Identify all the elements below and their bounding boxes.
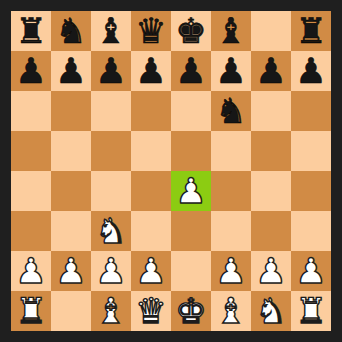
piece-black-pawn[interactable]: ♟: [175, 51, 206, 91]
square-g4[interactable]: [251, 171, 291, 211]
square-c6[interactable]: [91, 91, 131, 131]
square-c4[interactable]: [91, 171, 131, 211]
square-a2[interactable]: ♟: [11, 251, 51, 291]
square-g2[interactable]: ♟: [251, 251, 291, 291]
piece-black-knight[interactable]: ♞: [55, 11, 86, 51]
square-f1[interactable]: ♝: [211, 291, 251, 331]
square-b6[interactable]: [51, 91, 91, 131]
square-b2[interactable]: ♟: [51, 251, 91, 291]
square-h6[interactable]: [291, 91, 331, 131]
square-e1[interactable]: ♚: [171, 291, 211, 331]
square-a5[interactable]: [11, 131, 51, 171]
piece-white-pawn[interactable]: ♟: [95, 251, 126, 291]
piece-black-pawn[interactable]: ♟: [295, 51, 326, 91]
piece-white-pawn[interactable]: ♟: [55, 251, 86, 291]
square-f5[interactable]: [211, 131, 251, 171]
square-a1[interactable]: ♜: [11, 291, 51, 331]
square-d6[interactable]: [131, 91, 171, 131]
square-h5[interactable]: [291, 131, 331, 171]
board-frame: ♜♞♝♛♚♝♜♟♟♟♟♟♟♟♟♞♟♞♟♟♟♟♟♟♟♜♝♛♚♝♞♜: [0, 0, 342, 342]
square-d3[interactable]: [131, 211, 171, 251]
square-f6[interactable]: ♞: [211, 91, 251, 131]
square-e6[interactable]: [171, 91, 211, 131]
piece-black-pawn[interactable]: ♟: [15, 51, 46, 91]
square-f2[interactable]: ♟: [211, 251, 251, 291]
square-b4[interactable]: [51, 171, 91, 211]
piece-black-queen[interactable]: ♛: [135, 11, 166, 51]
square-h2[interactable]: ♟: [291, 251, 331, 291]
piece-white-pawn[interactable]: ♟: [215, 251, 246, 291]
piece-white-knight[interactable]: ♞: [95, 211, 126, 251]
square-d2[interactable]: ♟: [131, 251, 171, 291]
piece-black-pawn[interactable]: ♟: [255, 51, 286, 91]
square-e4[interactable]: ♟: [171, 171, 211, 211]
square-d8[interactable]: ♛: [131, 11, 171, 51]
square-a3[interactable]: [11, 211, 51, 251]
square-h8[interactable]: ♜: [291, 11, 331, 51]
square-b3[interactable]: [51, 211, 91, 251]
square-e3[interactable]: [171, 211, 211, 251]
piece-black-rook[interactable]: ♜: [15, 11, 46, 51]
piece-black-pawn[interactable]: ♟: [55, 51, 86, 91]
square-a8[interactable]: ♜: [11, 11, 51, 51]
piece-white-pawn[interactable]: ♟: [15, 251, 46, 291]
square-g6[interactable]: [251, 91, 291, 131]
piece-black-pawn[interactable]: ♟: [95, 51, 126, 91]
square-d4[interactable]: [131, 171, 171, 211]
square-b5[interactable]: [51, 131, 91, 171]
piece-white-knight[interactable]: ♞: [255, 291, 286, 331]
square-b8[interactable]: ♞: [51, 11, 91, 51]
square-a4[interactable]: [11, 171, 51, 211]
piece-white-pawn[interactable]: ♟: [295, 251, 326, 291]
square-f7[interactable]: ♟: [211, 51, 251, 91]
square-h1[interactable]: ♜: [291, 291, 331, 331]
square-c3[interactable]: ♞: [91, 211, 131, 251]
square-c8[interactable]: ♝: [91, 11, 131, 51]
piece-black-bishop[interactable]: ♝: [215, 11, 246, 51]
piece-black-knight[interactable]: ♞: [215, 91, 246, 131]
square-d5[interactable]: [131, 131, 171, 171]
square-a6[interactable]: [11, 91, 51, 131]
square-c1[interactable]: ♝: [91, 291, 131, 331]
square-e5[interactable]: [171, 131, 211, 171]
square-g7[interactable]: ♟: [251, 51, 291, 91]
square-g1[interactable]: ♞: [251, 291, 291, 331]
square-e7[interactable]: ♟: [171, 51, 211, 91]
square-e2[interactable]: [171, 251, 211, 291]
piece-black-rook[interactable]: ♜: [295, 11, 326, 51]
piece-black-pawn[interactable]: ♟: [215, 51, 246, 91]
piece-white-queen[interactable]: ♛: [135, 291, 166, 331]
square-d1[interactable]: ♛: [131, 291, 171, 331]
square-a7[interactable]: ♟: [11, 51, 51, 91]
piece-white-bishop[interactable]: ♝: [95, 291, 126, 331]
piece-black-bishop[interactable]: ♝: [95, 11, 126, 51]
square-g5[interactable]: [251, 131, 291, 171]
square-d7[interactable]: ♟: [131, 51, 171, 91]
square-h4[interactable]: [291, 171, 331, 211]
piece-white-bishop[interactable]: ♝: [215, 291, 246, 331]
piece-black-pawn[interactable]: ♟: [135, 51, 166, 91]
square-h7[interactable]: ♟: [291, 51, 331, 91]
square-g3[interactable]: [251, 211, 291, 251]
piece-white-king[interactable]: ♚: [175, 291, 206, 331]
square-f4[interactable]: [211, 171, 251, 211]
square-f8[interactable]: ♝: [211, 11, 251, 51]
piece-black-king[interactable]: ♚: [175, 11, 206, 51]
chess-board: ♜♞♝♛♚♝♜♟♟♟♟♟♟♟♟♞♟♞♟♟♟♟♟♟♟♜♝♛♚♝♞♜: [11, 11, 331, 331]
piece-white-rook[interactable]: ♜: [295, 291, 326, 331]
square-b1[interactable]: [51, 291, 91, 331]
square-b7[interactable]: ♟: [51, 51, 91, 91]
square-e8[interactable]: ♚: [171, 11, 211, 51]
piece-white-rook[interactable]: ♜: [15, 291, 46, 331]
piece-white-pawn[interactable]: ♟: [255, 251, 286, 291]
square-c7[interactable]: ♟: [91, 51, 131, 91]
square-g8[interactable]: [251, 11, 291, 51]
square-f3[interactable]: [211, 211, 251, 251]
piece-white-pawn[interactable]: ♟: [135, 251, 166, 291]
square-h3[interactable]: [291, 211, 331, 251]
piece-white-pawn[interactable]: ♟: [175, 171, 206, 211]
square-c2[interactable]: ♟: [91, 251, 131, 291]
square-c5[interactable]: [91, 131, 131, 171]
